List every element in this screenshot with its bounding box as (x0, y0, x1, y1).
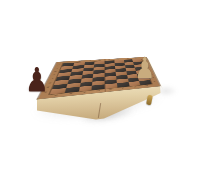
product-photo: ABCDEFGH ABCDEFGH 87654321 87654321 ♟ ♟ (0, 0, 200, 170)
white-pawn: ♟ (135, 54, 156, 83)
black-pawn: ♟ (25, 63, 49, 96)
